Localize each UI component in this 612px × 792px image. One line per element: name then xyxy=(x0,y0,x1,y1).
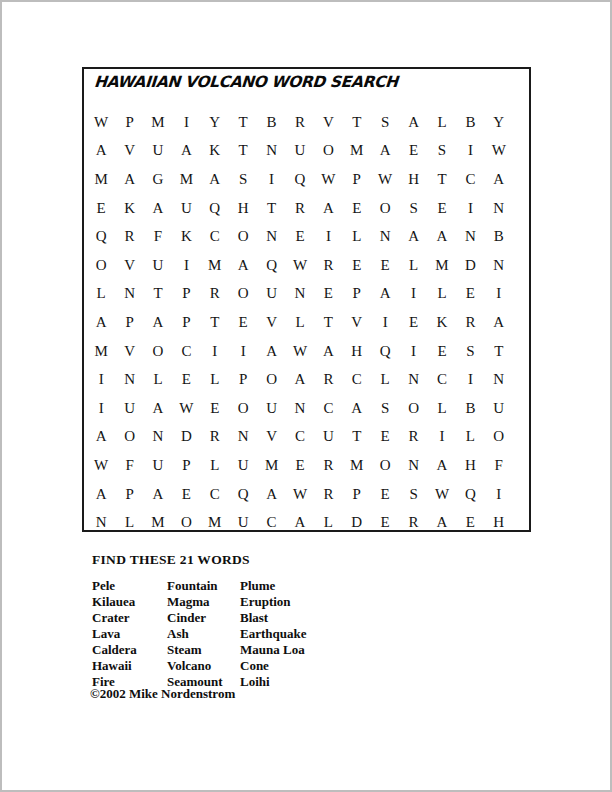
grid-cell-r14c6: Q xyxy=(229,480,257,509)
grid-cell-r10c3: L xyxy=(144,365,172,394)
grid-cell-r11c12: O xyxy=(399,394,427,423)
grid-cell-r8c11: I xyxy=(371,308,399,337)
grid-cell-r5c9: I xyxy=(314,222,342,251)
grid-cell-r7c12: I xyxy=(399,280,427,309)
word-item: Crater xyxy=(92,610,167,626)
grid-cell-r8c3: A xyxy=(144,308,172,337)
grid-cell-r3c3: G xyxy=(144,165,172,194)
grid-cell-r2c15: W xyxy=(485,137,513,166)
grid-cell-r9c4: C xyxy=(172,337,200,366)
word-item: Caldera xyxy=(92,642,167,658)
grid-cell-r10c8: A xyxy=(286,365,314,394)
grid-cell-r15c15: H xyxy=(485,508,513,537)
grid-cell-r9c6: I xyxy=(229,337,257,366)
grid-cell-r2c13: S xyxy=(428,137,456,166)
word-list: PeleKilaueaCraterLavaCalderaHawaiiFireFo… xyxy=(92,578,350,690)
grid-cell-r12c7: V xyxy=(257,423,285,452)
word-list-column-1: PeleKilaueaCraterLavaCalderaHawaiiFire xyxy=(92,578,167,690)
grid-cell-r15c5: M xyxy=(201,508,229,537)
grid-cell-r1c2: P xyxy=(115,108,143,137)
word-item: Fountain xyxy=(167,578,240,594)
grid-cell-r14c14: Q xyxy=(456,480,484,509)
grid-cell-r14c3: A xyxy=(144,480,172,509)
grid-cell-r2c8: U xyxy=(286,137,314,166)
grid-cell-r13c13: A xyxy=(428,451,456,480)
grid-cell-r7c9: E xyxy=(314,280,342,309)
grid-cell-r11c15: U xyxy=(485,394,513,423)
grid-cell-r7c1: L xyxy=(87,280,115,309)
worksheet-page: HAWAIIAN VOLCANO WORD SEARCH WPMIYTBRVTS… xyxy=(0,0,612,792)
grid-cell-r6c13: M xyxy=(428,251,456,280)
grid-cell-r12c14: L xyxy=(456,423,484,452)
grid-cell-r14c15: I xyxy=(485,480,513,509)
grid-cell-r9c7: A xyxy=(257,337,285,366)
grid-cell-r11c3: A xyxy=(144,394,172,423)
grid-cell-r6c6: A xyxy=(229,251,257,280)
find-words-heading: FIND THESE 21 WORDS xyxy=(92,552,250,568)
grid-cell-r14c12: S xyxy=(399,480,427,509)
grid-cell-r13c5: L xyxy=(201,451,229,480)
grid-cell-r10c2: N xyxy=(115,365,143,394)
puzzle-title: HAWAIIAN VOLCANO WORD SEARCH xyxy=(93,73,398,91)
grid-cell-r12c6: N xyxy=(229,423,257,452)
grid-cell-r3c8: Q xyxy=(286,165,314,194)
word-item: Eruption xyxy=(240,594,350,610)
grid-cell-r13c15: F xyxy=(485,451,513,480)
grid-cell-r10c9: R xyxy=(314,365,342,394)
grid-cell-r10c15: N xyxy=(485,365,513,394)
word-search-grid: WPMIYTBRVTSALBYAVUAKTNUOMAESIWMAGMASIQWP… xyxy=(87,108,513,537)
grid-cell-r13c4: P xyxy=(172,451,200,480)
grid-cell-r8c5: T xyxy=(201,308,229,337)
word-item: Cinder xyxy=(167,610,240,626)
grid-cell-r1c10: T xyxy=(343,108,371,137)
grid-cell-r3c6: S xyxy=(229,165,257,194)
grid-cell-r14c7: A xyxy=(257,480,285,509)
grid-cell-r4c5: Q xyxy=(201,194,229,223)
grid-cell-r9c2: V xyxy=(115,337,143,366)
grid-cell-r9c3: O xyxy=(144,337,172,366)
grid-cell-r12c8: C xyxy=(286,423,314,452)
grid-cell-r9c9: A xyxy=(314,337,342,366)
word-item: Kilauea xyxy=(92,594,167,610)
grid-cell-r10c12: N xyxy=(399,365,427,394)
word-item: Ash xyxy=(167,626,240,642)
grid-cell-r6c11: E xyxy=(371,251,399,280)
grid-cell-r3c7: I xyxy=(257,165,285,194)
grid-cell-r9c13: E xyxy=(428,337,456,366)
grid-cell-r1c9: V xyxy=(314,108,342,137)
grid-cell-r7c11: A xyxy=(371,280,399,309)
grid-cell-r4c9: A xyxy=(314,194,342,223)
grid-cell-r13c10: M xyxy=(343,451,371,480)
grid-cell-r8c6: E xyxy=(229,308,257,337)
grid-cell-r14c5: C xyxy=(201,480,229,509)
grid-cell-r8c4: P xyxy=(172,308,200,337)
grid-cell-r1c11: S xyxy=(371,108,399,137)
grid-cell-r11c6: O xyxy=(229,394,257,423)
grid-cell-r2c1: A xyxy=(87,137,115,166)
grid-cell-r10c6: P xyxy=(229,365,257,394)
grid-cell-r7c4: P xyxy=(172,280,200,309)
grid-cell-r6c9: R xyxy=(314,251,342,280)
grid-cell-r4c6: H xyxy=(229,194,257,223)
grid-cell-r13c11: O xyxy=(371,451,399,480)
grid-cell-r5c1: Q xyxy=(87,222,115,251)
grid-cell-r7c10: P xyxy=(343,280,371,309)
grid-cell-r1c8: R xyxy=(286,108,314,137)
grid-cell-r5c4: K xyxy=(172,222,200,251)
grid-cell-r7c3: T xyxy=(144,280,172,309)
word-item: Earthquake xyxy=(240,626,350,642)
grid-cell-r14c9: R xyxy=(314,480,342,509)
grid-cell-r1c5: Y xyxy=(201,108,229,137)
grid-cell-r10c4: E xyxy=(172,365,200,394)
grid-cell-r15c7: C xyxy=(257,508,285,537)
grid-cell-r3c11: W xyxy=(371,165,399,194)
puzzle-box: HAWAIIAN VOLCANO WORD SEARCH WPMIYTBRVTS… xyxy=(82,67,531,532)
grid-cell-r2c9: O xyxy=(314,137,342,166)
grid-cell-r3c14: C xyxy=(456,165,484,194)
grid-cell-r11c13: L xyxy=(428,394,456,423)
grid-cell-r14c8: W xyxy=(286,480,314,509)
word-item: Plume xyxy=(240,578,350,594)
word-list-column-3: PlumeEruptionBlastEarthquakeMauna LoaCon… xyxy=(240,578,350,690)
grid-cell-r4c4: U xyxy=(172,194,200,223)
grid-cell-r6c3: U xyxy=(144,251,172,280)
grid-cell-r13c2: F xyxy=(115,451,143,480)
grid-cell-r10c14: I xyxy=(456,365,484,394)
grid-cell-r15c13: A xyxy=(428,508,456,537)
grid-cell-r3c15: A xyxy=(485,165,513,194)
grid-cell-r4c8: R xyxy=(286,194,314,223)
grid-cell-r15c11: E xyxy=(371,508,399,537)
grid-cell-r7c13: L xyxy=(428,280,456,309)
grid-cell-r8c15: A xyxy=(485,308,513,337)
word-item: Lava xyxy=(92,626,167,642)
grid-cell-r12c2: O xyxy=(115,423,143,452)
grid-cell-r7c15: I xyxy=(485,280,513,309)
grid-cell-r3c4: M xyxy=(172,165,200,194)
grid-cell-r10c10: C xyxy=(343,365,371,394)
grid-cell-r7c14: E xyxy=(456,280,484,309)
grid-cell-r5c13: A xyxy=(428,222,456,251)
grid-cell-r14c10: P xyxy=(343,480,371,509)
copyright-line: ©2002 Mike Nordenstrom xyxy=(90,686,235,702)
grid-cell-r7c7: U xyxy=(257,280,285,309)
grid-cell-r3c12: H xyxy=(399,165,427,194)
word-item: Blast xyxy=(240,610,350,626)
grid-cell-r8c12: E xyxy=(399,308,427,337)
grid-cell-r11c11: S xyxy=(371,394,399,423)
grid-cell-r11c1: I xyxy=(87,394,115,423)
grid-cell-r2c4: A xyxy=(172,137,200,166)
grid-cell-r14c2: P xyxy=(115,480,143,509)
grid-cell-r8c10: V xyxy=(343,308,371,337)
grid-cell-r1c13: L xyxy=(428,108,456,137)
grid-cell-r11c4: W xyxy=(172,394,200,423)
grid-cell-r2c14: I xyxy=(456,137,484,166)
grid-cell-r5c8: E xyxy=(286,222,314,251)
grid-cell-r2c2: V xyxy=(115,137,143,166)
word-item: Magma xyxy=(167,594,240,610)
grid-cell-r9c5: I xyxy=(201,337,229,366)
grid-cell-r6c2: V xyxy=(115,251,143,280)
grid-cell-r8c13: K xyxy=(428,308,456,337)
grid-cell-r6c4: I xyxy=(172,251,200,280)
word-item: Loihi xyxy=(240,674,350,690)
grid-cell-r1c1: W xyxy=(87,108,115,137)
grid-cell-r4c12: S xyxy=(399,194,427,223)
grid-cell-r9c14: S xyxy=(456,337,484,366)
word-item: Volcano xyxy=(167,658,240,674)
grid-cell-r11c9: C xyxy=(314,394,342,423)
grid-cell-r12c13: I xyxy=(428,423,456,452)
word-item: Hawaii xyxy=(92,658,167,674)
grid-cell-r11c8: N xyxy=(286,394,314,423)
grid-cell-r1c12: A xyxy=(399,108,427,137)
grid-cell-r6c5: M xyxy=(201,251,229,280)
grid-cell-r11c2: U xyxy=(115,394,143,423)
grid-cell-r15c12: R xyxy=(399,508,427,537)
grid-cell-r6c15: N xyxy=(485,251,513,280)
grid-cell-r9c11: Q xyxy=(371,337,399,366)
grid-cell-r12c12: R xyxy=(399,423,427,452)
grid-cell-r13c9: R xyxy=(314,451,342,480)
grid-cell-r6c1: O xyxy=(87,251,115,280)
grid-cell-r7c2: N xyxy=(115,280,143,309)
grid-cell-r13c1: W xyxy=(87,451,115,480)
grid-cell-r10c11: L xyxy=(371,365,399,394)
grid-cell-r1c7: B xyxy=(257,108,285,137)
grid-cell-r12c1: A xyxy=(87,423,115,452)
grid-cell-r15c6: U xyxy=(229,508,257,537)
grid-cell-r13c14: H xyxy=(456,451,484,480)
grid-cell-r12c9: U xyxy=(314,423,342,452)
grid-cell-r10c1: I xyxy=(87,365,115,394)
grid-cell-r15c1: N xyxy=(87,508,115,537)
grid-cell-r5c7: N xyxy=(257,222,285,251)
grid-cell-r13c3: U xyxy=(144,451,172,480)
grid-cell-r8c2: P xyxy=(115,308,143,337)
grid-cell-r4c2: K xyxy=(115,194,143,223)
grid-cell-r10c5: L xyxy=(201,365,229,394)
grid-cell-r2c7: N xyxy=(257,137,285,166)
grid-cell-r15c2: L xyxy=(115,508,143,537)
grid-cell-r2c11: A xyxy=(371,137,399,166)
grid-cell-r5c11: N xyxy=(371,222,399,251)
grid-cell-r15c14: E xyxy=(456,508,484,537)
grid-cell-r15c9: L xyxy=(314,508,342,537)
grid-cell-r4c10: E xyxy=(343,194,371,223)
grid-cell-r12c10: T xyxy=(343,423,371,452)
grid-cell-r3c2: A xyxy=(115,165,143,194)
grid-cell-r6c12: L xyxy=(399,251,427,280)
grid-cell-r8c7: V xyxy=(257,308,285,337)
grid-cell-r4c7: T xyxy=(257,194,285,223)
grid-cell-r1c15: Y xyxy=(485,108,513,137)
grid-cell-r2c12: E xyxy=(399,137,427,166)
grid-cell-r11c7: U xyxy=(257,394,285,423)
grid-cell-r13c7: M xyxy=(257,451,285,480)
grid-cell-r6c10: E xyxy=(343,251,371,280)
grid-cell-r5c6: O xyxy=(229,222,257,251)
grid-cell-r9c15: T xyxy=(485,337,513,366)
grid-cell-r9c10: H xyxy=(343,337,371,366)
grid-cell-r9c1: M xyxy=(87,337,115,366)
grid-cell-r15c10: D xyxy=(343,508,371,537)
grid-cell-r7c6: O xyxy=(229,280,257,309)
grid-cell-r14c4: E xyxy=(172,480,200,509)
grid-cell-r15c4: O xyxy=(172,508,200,537)
grid-cell-r10c13: C xyxy=(428,365,456,394)
grid-cell-r1c6: T xyxy=(229,108,257,137)
grid-cell-r4c3: A xyxy=(144,194,172,223)
grid-cell-r13c6: U xyxy=(229,451,257,480)
grid-cell-r5c12: A xyxy=(399,222,427,251)
grid-cell-r14c11: E xyxy=(371,480,399,509)
grid-cell-r15c8: A xyxy=(286,508,314,537)
grid-cell-r4c13: E xyxy=(428,194,456,223)
grid-cell-r1c3: M xyxy=(144,108,172,137)
grid-cell-r12c4: D xyxy=(172,423,200,452)
grid-cell-r7c5: R xyxy=(201,280,229,309)
grid-cell-r12c15: O xyxy=(485,423,513,452)
grid-cell-r2c3: U xyxy=(144,137,172,166)
grid-cell-r13c8: E xyxy=(286,451,314,480)
grid-cell-r3c10: P xyxy=(343,165,371,194)
grid-cell-r5c3: F xyxy=(144,222,172,251)
grid-cell-r4c15: N xyxy=(485,194,513,223)
grid-cell-r13c12: N xyxy=(399,451,427,480)
grid-cell-r8c9: T xyxy=(314,308,342,337)
grid-cell-r6c14: D xyxy=(456,251,484,280)
grid-cell-r8c1: A xyxy=(87,308,115,337)
word-item: Cone xyxy=(240,658,350,674)
grid-cell-r11c10: A xyxy=(343,394,371,423)
grid-cell-r4c1: E xyxy=(87,194,115,223)
grid-cell-r11c14: B xyxy=(456,394,484,423)
grid-cell-r12c11: E xyxy=(371,423,399,452)
word-item: Steam xyxy=(167,642,240,658)
grid-cell-r2c10: M xyxy=(343,137,371,166)
grid-cell-r2c6: T xyxy=(229,137,257,166)
grid-cell-r8c8: L xyxy=(286,308,314,337)
grid-cell-r5c2: R xyxy=(115,222,143,251)
word-list-column-2: FountainMagmaCinderAshSteamVolcanoSeamou… xyxy=(167,578,240,690)
grid-cell-r2c5: K xyxy=(201,137,229,166)
grid-cell-r5c10: L xyxy=(343,222,371,251)
grid-cell-r12c3: N xyxy=(144,423,172,452)
grid-cell-r1c14: B xyxy=(456,108,484,137)
grid-cell-r4c11: O xyxy=(371,194,399,223)
grid-cell-r6c8: W xyxy=(286,251,314,280)
grid-cell-r7c8: N xyxy=(286,280,314,309)
grid-cell-r11c5: E xyxy=(201,394,229,423)
grid-cell-r10c7: O xyxy=(257,365,285,394)
grid-cell-r15c3: M xyxy=(144,508,172,537)
grid-cell-r3c13: T xyxy=(428,165,456,194)
grid-cell-r1c4: I xyxy=(172,108,200,137)
grid-cell-r14c13: W xyxy=(428,480,456,509)
grid-cell-r3c5: A xyxy=(201,165,229,194)
grid-cell-r5c5: C xyxy=(201,222,229,251)
word-item: Pele xyxy=(92,578,167,594)
grid-cell-r3c9: W xyxy=(314,165,342,194)
grid-cell-r5c15: B xyxy=(485,222,513,251)
grid-cell-r4c14: I xyxy=(456,194,484,223)
grid-cell-r8c14: R xyxy=(456,308,484,337)
grid-cell-r14c1: A xyxy=(87,480,115,509)
grid-cell-r9c8: W xyxy=(286,337,314,366)
word-item: Mauna Loa xyxy=(240,642,350,658)
grid-cell-r9c12: I xyxy=(399,337,427,366)
grid-cell-r5c14: N xyxy=(456,222,484,251)
grid-cell-r3c1: M xyxy=(87,165,115,194)
grid-cell-r6c7: Q xyxy=(257,251,285,280)
grid-cell-r12c5: R xyxy=(201,423,229,452)
